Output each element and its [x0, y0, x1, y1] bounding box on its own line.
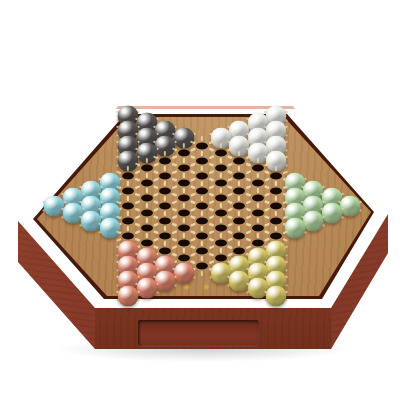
guide-dash — [164, 166, 166, 171]
guide-dash — [201, 211, 203, 216]
guide-dash — [153, 223, 158, 226]
hole-cell-c6-12[interactable] — [138, 285, 157, 293]
guide-dash — [209, 253, 214, 256]
guide-dash — [127, 196, 129, 201]
board-hole — [215, 210, 227, 217]
guide-dash — [209, 245, 214, 248]
guide-dash — [135, 193, 140, 196]
board-hole — [196, 262, 208, 269]
guide-dash — [220, 158, 222, 163]
board-hole — [196, 217, 208, 224]
board-hole — [215, 255, 227, 262]
guide-dash — [238, 166, 240, 171]
guide-dash — [172, 253, 177, 256]
guide-dash — [201, 226, 203, 231]
board-hole — [159, 232, 171, 239]
hole-cell-c16-2[interactable] — [323, 210, 342, 218]
marble-red[interactable] — [118, 285, 139, 306]
guide-dash — [246, 208, 251, 211]
marble-red[interactable] — [136, 278, 157, 299]
guide-dash — [257, 173, 259, 178]
guide-dash — [220, 233, 222, 238]
guide-dash — [257, 188, 259, 193]
guide-dash — [238, 196, 240, 201]
board-hole — [178, 150, 190, 157]
guide-dash — [246, 238, 251, 241]
guide-dash — [164, 151, 166, 156]
guide-dash — [275, 166, 277, 171]
guide-dash — [153, 238, 158, 241]
board-hole — [196, 247, 208, 254]
guide-dash — [264, 238, 269, 241]
board-hole — [270, 232, 282, 239]
marble-red[interactable] — [173, 263, 194, 284]
board-hole — [215, 225, 227, 232]
guide-dash — [209, 193, 214, 196]
guide-dash — [246, 170, 251, 173]
board-hole — [178, 210, 190, 217]
guide-dash — [164, 181, 166, 186]
guide-dash — [116, 170, 121, 173]
guide-dash — [135, 215, 140, 218]
guide-dash — [153, 163, 158, 166]
guide-dash — [190, 253, 195, 256]
guide-dash — [264, 208, 269, 211]
guide-dash — [127, 226, 129, 231]
guide-dash — [164, 226, 166, 231]
guide-dash — [257, 203, 259, 208]
guide-dash — [209, 238, 214, 241]
board-hole — [196, 142, 208, 149]
board-hole — [233, 187, 245, 194]
board-hole — [270, 202, 282, 209]
guide-dash — [172, 178, 177, 181]
board-hole — [159, 247, 171, 254]
board-hole — [252, 165, 264, 172]
guide-dash — [146, 233, 148, 238]
guide-dash — [183, 233, 185, 238]
guide-dash — [246, 178, 251, 181]
board-hole — [196, 202, 208, 209]
board-hole — [141, 195, 153, 202]
guide-dash — [135, 185, 140, 188]
guide-dash — [172, 215, 177, 218]
guide-dash — [135, 230, 140, 233]
guide-dash — [227, 238, 232, 241]
marble-green[interactable] — [340, 195, 361, 216]
board-hole — [215, 150, 227, 157]
board-hole — [252, 240, 264, 247]
guide-dash — [172, 163, 177, 166]
board-hole — [122, 172, 134, 179]
guide-dash — [275, 181, 277, 186]
guide-dash — [201, 196, 203, 201]
hole-cell-c5-13[interactable] — [119, 292, 138, 300]
board-hole — [252, 195, 264, 202]
guide-dash — [209, 178, 214, 181]
board-hole — [178, 255, 190, 262]
guide-dash — [227, 208, 232, 211]
guide-dash — [238, 226, 240, 231]
guide-dash — [146, 173, 148, 178]
guide-dash — [201, 166, 203, 171]
guide-dash — [246, 193, 251, 196]
board-hole — [215, 180, 227, 187]
guide-dash — [146, 203, 148, 208]
board-hole — [159, 217, 171, 224]
guide-dash — [220, 218, 222, 223]
board-hole — [178, 165, 190, 172]
guide-dash — [172, 155, 177, 158]
board-hole — [196, 157, 208, 164]
guide-dash — [153, 208, 158, 211]
board-hole — [252, 180, 264, 187]
guide-dash — [238, 151, 240, 156]
guide-dash — [146, 218, 148, 223]
marble-green[interactable] — [321, 203, 342, 224]
guide-dash — [201, 256, 203, 261]
guide-dash — [164, 241, 166, 246]
board-hole — [233, 172, 245, 179]
marble-green[interactable] — [303, 210, 324, 231]
guide-dash — [227, 178, 232, 181]
guide-dash — [227, 253, 232, 256]
guide-dash — [257, 218, 259, 223]
guide-dash — [246, 223, 251, 226]
guide-dash — [116, 238, 121, 241]
board-hole — [233, 157, 245, 164]
guide-dash — [275, 211, 277, 216]
guide-dash — [246, 200, 251, 203]
marble-green[interactable] — [284, 218, 305, 239]
board-hole — [233, 202, 245, 209]
guide-dash — [220, 173, 222, 178]
guide-dash — [220, 143, 222, 148]
guide-dash — [183, 188, 185, 193]
guide-dash — [153, 178, 158, 181]
board-hole — [141, 210, 153, 217]
guide-dash — [190, 178, 195, 181]
board-hole — [159, 157, 171, 164]
board-hole — [159, 202, 171, 209]
guide-dash — [283, 238, 288, 241]
guide-dash — [264, 193, 269, 196]
board-hole — [178, 240, 190, 247]
guide-dash — [209, 230, 214, 233]
guide-dash — [164, 196, 166, 201]
guide-dash — [227, 193, 232, 196]
guide-dash — [172, 208, 177, 211]
gold-mark — [203, 284, 210, 290]
guide-dash — [209, 208, 214, 211]
hole-cell-c13-13[interactable] — [267, 292, 286, 300]
guide-dash — [172, 223, 177, 226]
guide-dash — [238, 181, 240, 186]
board-hole — [233, 217, 245, 224]
board-hole — [215, 195, 227, 202]
board-hole — [178, 195, 190, 202]
guide-dash — [246, 185, 251, 188]
guide-dash — [172, 245, 177, 248]
guide-dash — [135, 208, 140, 211]
guide-dash — [246, 215, 251, 218]
board-hole — [141, 165, 153, 172]
guide-dash — [238, 241, 240, 246]
board-hole — [141, 180, 153, 187]
marble-red[interactable] — [155, 270, 176, 291]
hole-cell-c8-10[interactable] — [175, 270, 194, 278]
guide-dash — [146, 158, 148, 163]
guide-dash — [275, 196, 277, 201]
board-hole — [122, 232, 134, 239]
gold-mark — [183, 284, 190, 290]
guide-dash — [190, 208, 195, 211]
board-hole — [141, 240, 153, 247]
guide-dash — [172, 238, 177, 241]
maker-marks — [183, 283, 223, 291]
board-hole — [233, 232, 245, 239]
board-hole — [252, 225, 264, 232]
marble-yellow[interactable] — [266, 285, 287, 306]
board-hole — [122, 187, 134, 194]
board-hole — [159, 172, 171, 179]
guide-dash — [257, 158, 259, 163]
guide-dash — [209, 215, 214, 218]
board-hole — [215, 165, 227, 172]
guide-dash — [227, 163, 232, 166]
guide-dash — [190, 193, 195, 196]
guide-dash — [164, 211, 166, 216]
guide-dash — [183, 173, 185, 178]
board-hole — [141, 225, 153, 232]
board-hole — [270, 217, 282, 224]
guide-dash — [135, 200, 140, 203]
guide-dash — [172, 230, 177, 233]
board-hole — [215, 240, 227, 247]
guide-dash — [135, 178, 140, 181]
guide-dash — [183, 203, 185, 208]
guide-dash — [183, 158, 185, 163]
guide-dash — [135, 170, 140, 173]
guide-dash — [201, 136, 203, 141]
guide-dash — [201, 271, 203, 276]
guide-dash — [246, 245, 251, 248]
board-hole — [178, 225, 190, 232]
guide-dash — [183, 248, 185, 253]
guide-dash — [201, 151, 203, 156]
board-hole — [196, 232, 208, 239]
guide-dash — [264, 178, 269, 181]
guide-dash — [201, 181, 203, 186]
guide-dash — [135, 238, 140, 241]
guide-dash — [209, 155, 214, 158]
guide-dash — [209, 223, 214, 226]
guide-dash — [246, 230, 251, 233]
storage-drawer[interactable] — [138, 320, 259, 346]
chinese-checkers-board-photo — [0, 0, 400, 400]
guide-dash — [190, 238, 195, 241]
guide-dash — [172, 193, 177, 196]
guide-dash — [257, 233, 259, 238]
guide-dash — [220, 188, 222, 193]
board-hole — [122, 217, 134, 224]
board-hole — [270, 172, 282, 179]
guide-dash — [209, 170, 214, 173]
guide-dash — [190, 223, 195, 226]
guide-dash — [246, 163, 251, 166]
guide-dash — [153, 193, 158, 196]
board-hole — [252, 210, 264, 217]
board-hole — [196, 172, 208, 179]
guide-dash — [183, 218, 185, 223]
guide-dash — [127, 181, 129, 186]
guide-dash — [172, 200, 177, 203]
guide-dash — [209, 185, 214, 188]
guide-dash — [201, 241, 203, 246]
guide-dash — [264, 223, 269, 226]
guide-dash — [135, 223, 140, 226]
board-hole — [270, 187, 282, 194]
guide-dash — [190, 163, 195, 166]
guide-dash — [190, 148, 195, 151]
guide-dash — [209, 163, 214, 166]
guide-dash — [275, 226, 277, 231]
hole-cell-c14-4[interactable] — [286, 225, 305, 233]
guide-dash — [238, 211, 240, 216]
guide-dash — [220, 203, 222, 208]
guide-dash — [172, 185, 177, 188]
board-hole — [233, 247, 245, 254]
guide-dash — [220, 248, 222, 253]
board-hole — [178, 180, 190, 187]
guide-dash — [209, 260, 214, 263]
board-hole — [196, 187, 208, 194]
guide-dash — [127, 211, 129, 216]
guide-dash — [209, 148, 214, 151]
guide-dash — [127, 166, 129, 171]
guide-dash — [209, 200, 214, 203]
guide-dash — [227, 223, 232, 226]
guide-dash — [183, 143, 185, 148]
board-hole — [159, 187, 171, 194]
guide-dash — [146, 188, 148, 193]
guide-dash — [172, 170, 177, 173]
marble-blue[interactable] — [99, 218, 120, 239]
board-hole — [122, 202, 134, 209]
guide-dash — [283, 170, 288, 173]
board-grid — [45, 112, 360, 300]
